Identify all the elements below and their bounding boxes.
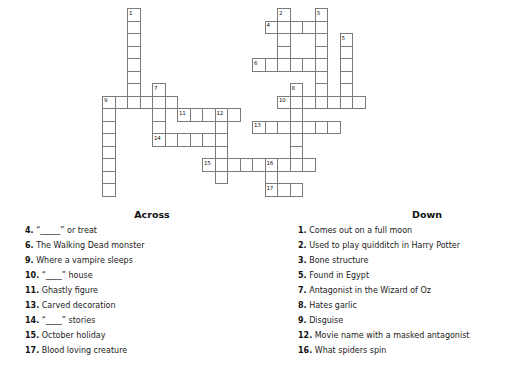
cell-number: 3 xyxy=(317,10,320,16)
grid-cell[interactable] xyxy=(277,183,291,197)
cell-number: 15 xyxy=(204,160,210,166)
grid-cell[interactable] xyxy=(340,58,354,72)
clue-text: “____” stories xyxy=(39,316,95,325)
clue-text: Bone structure xyxy=(307,256,369,265)
clue-text: Where a vampire sleeps xyxy=(34,256,133,265)
clue-number: 6. xyxy=(25,241,34,250)
grid-cell[interactable] xyxy=(215,133,229,147)
grid-cell[interactable] xyxy=(215,146,229,160)
clue-number: 8. xyxy=(298,301,307,310)
grid-cell[interactable] xyxy=(215,171,229,185)
grid-cell[interactable] xyxy=(127,83,141,97)
clue-item[interactable]: 7. Antagonist in the Wizard of Oz xyxy=(298,283,469,298)
grid-cell[interactable]: 13 xyxy=(252,121,266,135)
grid-cell[interactable] xyxy=(152,96,166,110)
grid-cell[interactable] xyxy=(340,46,354,60)
grid-cell[interactable] xyxy=(165,133,179,147)
grid-cell[interactable] xyxy=(165,96,179,110)
cell-number: 14 xyxy=(154,135,160,141)
grid-cell[interactable] xyxy=(290,108,304,122)
grid-cell[interactable] xyxy=(227,158,241,172)
grid-cell[interactable]: 5 xyxy=(340,33,354,47)
clue-item[interactable]: 3. Bone structure xyxy=(298,253,469,268)
grid-cell[interactable] xyxy=(340,83,354,97)
grid-cell[interactable] xyxy=(340,71,354,85)
grid-cell[interactable] xyxy=(102,158,116,172)
clue-text: What spiders spin xyxy=(312,346,386,355)
cell-number: 17 xyxy=(267,185,273,191)
grid-cell[interactable] xyxy=(102,108,116,122)
grid-cell[interactable] xyxy=(265,58,279,72)
grid-cell[interactable] xyxy=(102,121,116,135)
grid-cell[interactable] xyxy=(290,96,304,110)
clue-item[interactable]: 16. What spiders spin xyxy=(298,343,469,358)
clue-text: Found in Egypt xyxy=(307,271,369,280)
grid-cell[interactable] xyxy=(315,58,329,72)
cell-number: 1 xyxy=(129,10,132,16)
clue-text: Comes out on a full moon xyxy=(307,226,413,235)
clue-number: 16. xyxy=(298,346,312,355)
cell-number: 16 xyxy=(267,160,273,166)
grid-cell[interactable]: 16 xyxy=(265,158,279,172)
grid-cell[interactable] xyxy=(102,183,116,197)
grid-cell[interactable] xyxy=(290,158,304,172)
grid-cell[interactable] xyxy=(327,121,341,135)
cell-number: 8 xyxy=(292,85,295,91)
clue-number: 15. xyxy=(25,331,39,340)
grid-cell[interactable]: 17 xyxy=(265,183,279,197)
grid-cell[interactable] xyxy=(115,96,129,110)
cell-number: 7 xyxy=(154,85,157,91)
clue-text: Movie name with a masked antagonist xyxy=(312,331,469,340)
grid-cell[interactable]: 4 xyxy=(265,21,279,35)
across-clues-list: 4. “_____” or treat6. The Walking Dead m… xyxy=(25,223,145,358)
across-header: Across xyxy=(102,209,202,220)
grid-cell[interactable] xyxy=(290,133,304,147)
grid-cell[interactable] xyxy=(127,96,141,110)
grid-cell[interactable] xyxy=(290,21,304,35)
clue-text: October holiday xyxy=(39,331,105,340)
grid-cell[interactable] xyxy=(315,33,329,47)
cell-number: 4 xyxy=(267,22,270,28)
cell-number: 9 xyxy=(104,97,107,103)
grid-cell[interactable] xyxy=(315,83,329,97)
grid-cell[interactable]: 7 xyxy=(152,83,166,97)
grid-cell[interactable] xyxy=(190,133,204,147)
grid-cell[interactable] xyxy=(290,58,304,72)
grid-cell[interactable] xyxy=(202,133,216,147)
grid-cell[interactable] xyxy=(127,21,141,35)
clue-text: “____” house xyxy=(39,271,93,280)
clue-item[interactable]: 11. Ghastly figure xyxy=(25,283,145,298)
clue-number: 5. xyxy=(298,271,307,280)
clue-text: Carved decoration xyxy=(39,301,115,310)
clue-item[interactable]: 14. “____” stories xyxy=(25,313,145,328)
clue-text: Blood loving creature xyxy=(39,346,127,355)
clue-number: 9. xyxy=(298,316,307,325)
clue-item[interactable]: 9. Disguise xyxy=(298,313,469,328)
grid-cell[interactable]: 8 xyxy=(290,83,304,97)
grid-cell[interactable] xyxy=(152,108,166,122)
clue-item[interactable]: 1. Comes out on a full moon xyxy=(298,223,469,238)
clue-text: Used to play quidditch in Harry Potter xyxy=(307,241,460,250)
cell-number: 12 xyxy=(217,110,223,116)
grid-cell[interactable] xyxy=(277,121,291,135)
clue-item[interactable]: 8. Hates garlic xyxy=(298,298,469,313)
grid-cell[interactable] xyxy=(265,121,279,135)
cell-number: 6 xyxy=(254,60,257,66)
grid-cell[interactable] xyxy=(290,121,304,135)
grid-cell[interactable] xyxy=(127,58,141,72)
clue-number: 7. xyxy=(298,286,307,295)
clue-number: 4. xyxy=(25,226,34,235)
grid-cell[interactable] xyxy=(277,33,291,47)
grid-cell[interactable] xyxy=(277,58,291,72)
grid-cell[interactable] xyxy=(315,21,329,35)
grid-cell[interactable] xyxy=(302,96,316,110)
grid-cell[interactable]: 15 xyxy=(202,158,216,172)
grid-cell[interactable] xyxy=(190,108,204,122)
down-header: Down xyxy=(377,209,477,220)
grid-cell[interactable]: 6 xyxy=(252,58,266,72)
clue-number: 14. xyxy=(25,316,39,325)
clue-number: 2. xyxy=(298,241,307,250)
grid-cell[interactable] xyxy=(290,183,304,197)
grid-cell[interactable] xyxy=(340,96,354,110)
grid-cell[interactable] xyxy=(315,96,329,110)
grid-cell[interactable] xyxy=(227,108,241,122)
clue-number: 3. xyxy=(298,256,307,265)
grid-cell[interactable] xyxy=(215,121,229,135)
grid-cell[interactable] xyxy=(315,121,329,135)
clue-text: The Walking Dead monster xyxy=(34,241,145,250)
grid-cell[interactable] xyxy=(215,158,229,172)
clue-number: 10. xyxy=(25,271,39,280)
clue-text: Antagonist in the Wizard of Oz xyxy=(307,286,431,295)
clue-number: 1. xyxy=(298,226,307,235)
grid-cell[interactable] xyxy=(177,133,191,147)
grid-cell[interactable] xyxy=(102,133,116,147)
grid-cell[interactable] xyxy=(240,158,254,172)
clue-item[interactable]: 5. Found in Egypt xyxy=(298,268,469,283)
clue-item[interactable]: 4. “_____” or treat xyxy=(25,223,145,238)
grid-cell[interactable] xyxy=(302,158,316,172)
grid-cell[interactable] xyxy=(352,96,366,110)
clue-item[interactable]: 10. “____” house xyxy=(25,268,145,283)
grid-cell[interactable]: 2 xyxy=(277,8,291,22)
grid-cell[interactable] xyxy=(127,71,141,85)
grid-cell[interactable] xyxy=(277,158,291,172)
cell-number: 11 xyxy=(179,110,185,116)
clue-text: Disguise xyxy=(307,316,344,325)
grid-cell[interactable] xyxy=(127,33,141,47)
clue-number: 12. xyxy=(298,331,312,340)
clue-item[interactable]: 12. Movie name with a masked antagonist xyxy=(298,328,469,343)
clue-item[interactable]: 6. The Walking Dead monster xyxy=(25,238,145,253)
clue-number: 11. xyxy=(25,286,39,295)
grid-cell[interactable] xyxy=(302,21,316,35)
clue-item[interactable]: 15. October holiday xyxy=(25,328,145,343)
grid-cell[interactable] xyxy=(302,58,316,72)
grid-cell[interactable] xyxy=(252,158,266,172)
grid-cell[interactable] xyxy=(140,96,154,110)
grid-cell[interactable] xyxy=(315,46,329,60)
clue-number: 9. xyxy=(25,256,34,265)
grid-cell[interactable] xyxy=(102,171,116,185)
cell-number: 5 xyxy=(342,35,345,41)
grid-cell[interactable] xyxy=(277,21,291,35)
grid-cell[interactable] xyxy=(290,146,304,160)
grid-cell[interactable]: 3 xyxy=(315,8,329,22)
grid-cell[interactable] xyxy=(265,171,279,185)
grid-cell[interactable] xyxy=(315,71,329,85)
grid-cell[interactable]: 10 xyxy=(277,96,291,110)
clue-text: Hates garlic xyxy=(307,301,357,310)
crossword-grid: 1234567891011121314151617 xyxy=(102,8,366,197)
grid-cell[interactable]: 9 xyxy=(102,96,116,110)
down-clues-list: 1. Comes out on a full moon2. Used to pl… xyxy=(298,223,469,358)
grid-cell[interactable] xyxy=(302,121,316,135)
grid-cell[interactable]: 12 xyxy=(215,108,229,122)
grid-cell[interactable] xyxy=(127,46,141,60)
clue-item[interactable]: 2. Used to play quidditch in Harry Potte… xyxy=(298,238,469,253)
grid-cell[interactable] xyxy=(152,121,166,135)
grid-cell[interactable]: 11 xyxy=(177,108,191,122)
grid-cell[interactable] xyxy=(327,96,341,110)
grid-cell[interactable] xyxy=(102,146,116,160)
cell-number: 2 xyxy=(279,10,282,16)
clue-item[interactable]: 17. Blood loving creature xyxy=(25,343,145,358)
clue-item[interactable]: 9. Where a vampire sleeps xyxy=(25,253,145,268)
clue-text: “_____” or treat xyxy=(34,226,97,235)
cell-number: 10 xyxy=(279,97,285,103)
grid-cell[interactable]: 14 xyxy=(152,133,166,147)
clue-text: Ghastly figure xyxy=(39,286,98,295)
grid-cell[interactable]: 1 xyxy=(127,8,141,22)
clue-number: 13. xyxy=(25,301,39,310)
grid-cell[interactable] xyxy=(202,108,216,122)
grid-cell[interactable] xyxy=(277,46,291,60)
clue-item[interactable]: 13. Carved decoration xyxy=(25,298,145,313)
clue-number: 17. xyxy=(25,346,39,355)
crossword-page: { "game": "crossword", "theme": "hallowe… xyxy=(0,0,512,372)
cell-number: 13 xyxy=(254,122,260,128)
